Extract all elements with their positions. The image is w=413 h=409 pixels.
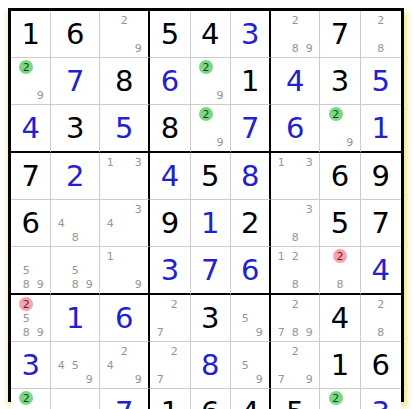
- candidate-2: 2: [288, 344, 302, 358]
- given-digit: 4: [241, 398, 259, 409]
- cell-r7c4[interactable]: 27: [150, 295, 190, 342]
- candidate-1: 1: [103, 155, 117, 169]
- solved-digit: 1: [66, 304, 84, 333]
- candidate-9: 9: [33, 88, 47, 102]
- candidate-8: 8: [288, 277, 302, 291]
- candidate-9: 9: [302, 41, 316, 55]
- candidate-2: 2: [374, 13, 388, 27]
- cell-r3c4[interactable]: 8: [150, 105, 190, 153]
- cell-r4c1[interactable]: 7: [11, 153, 51, 200]
- candidate-2-red-circle: 2: [19, 297, 33, 311]
- cell-r2c3[interactable]: 8: [100, 58, 150, 105]
- given-digit: 5: [331, 209, 349, 238]
- given-digit: 1: [241, 67, 259, 96]
- cell-r9c1[interactable]: 289: [11, 389, 51, 409]
- given-digit: 9: [161, 209, 179, 238]
- pencil-marks: 59: [231, 295, 269, 341]
- given-digit: 7: [331, 20, 349, 49]
- candidate-4: 4: [103, 216, 117, 230]
- candidate-1: 1: [103, 249, 117, 263]
- pencil-marks: 289: [11, 389, 50, 409]
- pencil-marks: 279: [271, 342, 319, 388]
- cell-r2c2[interactable]: 7: [51, 58, 100, 105]
- cell-r3c8[interactable]: 29: [320, 105, 360, 153]
- given-digit: 2: [241, 209, 259, 238]
- cell-r1c5[interactable]: 4: [191, 11, 231, 58]
- cell-r7c1[interactable]: 2589: [11, 295, 51, 342]
- pencil-marks: 29: [100, 11, 148, 57]
- candidate-9: 9: [213, 135, 227, 149]
- candidate-2-green-circle: 2: [199, 60, 213, 74]
- candidate-9: 9: [343, 135, 357, 149]
- candidate-9: 9: [82, 372, 96, 386]
- candidate-2: 2: [288, 13, 302, 27]
- candidate-9: 9: [252, 325, 266, 339]
- cell-r7c2[interactable]: 1: [51, 295, 100, 342]
- candidate-8: 8: [288, 230, 302, 244]
- candidate-1: 1: [274, 249, 288, 263]
- candidate-7: 7: [274, 372, 288, 386]
- candidate-7: 7: [153, 325, 167, 339]
- solved-digit: 1: [372, 114, 390, 143]
- candidate-2-green-circle: 2: [199, 107, 213, 121]
- given-digit: 7: [21, 162, 39, 191]
- pencil-marks: 13: [100, 153, 148, 199]
- cell-r6c4[interactable]: 3: [150, 247, 190, 295]
- candidate-9: 9: [33, 325, 47, 339]
- candidate-2-green-circle: 2: [329, 107, 343, 121]
- cell-r4c5[interactable]: 5: [191, 153, 231, 200]
- candidate-9: 9: [131, 41, 145, 55]
- solved-digit: 7: [66, 67, 84, 96]
- candidate-2: 2: [374, 297, 388, 311]
- cell-r9c4[interactable]: 1: [150, 389, 190, 409]
- pencil-marks: 289: [271, 11, 319, 57]
- candidate-2: 2: [117, 344, 131, 358]
- solved-digit: 4: [21, 114, 39, 143]
- candidate-4: 4: [54, 216, 68, 230]
- cell-r9c9[interactable]: 3: [361, 389, 401, 409]
- cell-r5c2[interactable]: 48: [51, 200, 100, 247]
- candidate-3: 3: [302, 155, 316, 169]
- candidate-8: 8: [19, 277, 33, 291]
- candidate-8: 8: [288, 325, 302, 339]
- pencil-marks: 27: [150, 295, 189, 341]
- pencil-marks: 19: [100, 247, 148, 293]
- cell-r5c4[interactable]: 9: [150, 200, 190, 247]
- cell-r4c2[interactable]: 2: [51, 153, 100, 200]
- given-digit: 3: [66, 114, 84, 143]
- cell-r5c3[interactable]: 34: [100, 200, 150, 247]
- pencil-marks: 459: [51, 342, 99, 388]
- candidate-8: 8: [68, 277, 82, 291]
- cell-r8c4[interactable]: 27: [150, 342, 190, 389]
- pencil-marks: 589: [51, 247, 99, 293]
- candidate-3: 3: [302, 202, 316, 216]
- candidate-2: 2: [167, 344, 181, 358]
- candidate-2: 2: [288, 297, 302, 311]
- cell-r5c5[interactable]: 1: [191, 200, 231, 247]
- pencil-marks: 249: [100, 342, 148, 388]
- cell-r7c9[interactable]: 28: [361, 295, 401, 342]
- cell-r8c9[interactable]: 6: [361, 342, 401, 389]
- cell-r4c8[interactable]: 6: [320, 153, 360, 200]
- candidate-2-green-circle: 2: [329, 391, 343, 405]
- solved-digit: 6: [286, 114, 304, 143]
- candidate-8: 8: [374, 325, 388, 339]
- cell-r7c3[interactable]: 6: [100, 295, 150, 342]
- solved-digit: 8: [201, 351, 219, 380]
- cell-r2c1[interactable]: 29: [11, 58, 51, 105]
- pencil-marks: 13: [271, 153, 319, 199]
- cell-r1c7[interactable]: 289: [271, 11, 320, 58]
- pencil-marks: 59: [231, 342, 269, 388]
- given-digit: 6: [201, 398, 219, 409]
- given-digit: 3: [201, 304, 219, 333]
- solved-digit: 4: [161, 162, 179, 191]
- solved-digit: 7: [241, 114, 259, 143]
- cell-r9c6[interactable]: 4: [231, 389, 271, 409]
- cell-r2c7[interactable]: 4: [271, 58, 320, 105]
- solved-digit: 2: [66, 162, 84, 191]
- given-digit: 3: [331, 67, 349, 96]
- candidate-2-green-circle: 2: [19, 60, 33, 74]
- cell-r6c3[interactable]: 19: [100, 247, 150, 295]
- candidate-1: 1: [274, 155, 288, 169]
- solved-digit: 3: [372, 398, 390, 409]
- candidate-5: 5: [238, 358, 252, 372]
- cell-r1c1[interactable]: 1: [11, 11, 51, 58]
- pencil-marks: 29: [320, 105, 359, 151]
- candidate-4: 4: [103, 358, 117, 372]
- sudoku-board: 1629543289728297862914354358297629172134…: [8, 8, 404, 402]
- candidate-7: 7: [153, 372, 167, 386]
- solved-digit: 5: [372, 67, 390, 96]
- cell-r4c9[interactable]: 9: [361, 153, 401, 200]
- candidate-9: 9: [302, 372, 316, 386]
- solved-digit: 5: [115, 114, 133, 143]
- candidate-9: 9: [213, 88, 227, 102]
- given-digit: 1: [161, 398, 179, 409]
- given-digit: 6: [21, 209, 39, 238]
- cell-r1c2[interactable]: 6: [51, 11, 100, 58]
- solved-digit: 7: [115, 398, 133, 409]
- cell-r5c8[interactable]: 5: [320, 200, 360, 247]
- cell-r3c5[interactable]: 29: [191, 105, 231, 153]
- candidate-2-green-circle: 2: [19, 391, 33, 405]
- solved-digit: 6: [161, 67, 179, 96]
- cell-r6c1[interactable]: 589: [11, 247, 51, 295]
- solved-digit: 4: [372, 256, 390, 285]
- cell-r3c9[interactable]: 1: [361, 105, 401, 153]
- cell-r6c9[interactable]: 4: [361, 247, 401, 295]
- cell-r7c8[interactable]: 4: [320, 295, 360, 342]
- solved-digit: 6: [115, 304, 133, 333]
- cell-r1c8[interactable]: 7: [320, 11, 360, 58]
- candidate-9: 9: [252, 372, 266, 386]
- cell-r6c5[interactable]: 7: [191, 247, 231, 295]
- candidate-5: 5: [19, 263, 33, 277]
- solved-digit: 7: [201, 256, 219, 285]
- pencil-marks: 38: [271, 200, 319, 246]
- candidate-3: 3: [131, 202, 145, 216]
- candidate-2: 2: [288, 249, 302, 263]
- candidate-2-red-circle: 2: [333, 249, 347, 263]
- given-digit: 5: [286, 398, 304, 409]
- candidate-9: 9: [131, 277, 145, 291]
- given-digit: 6: [331, 162, 349, 191]
- pencil-marks: 34: [100, 200, 148, 246]
- pencil-marks: 27: [150, 342, 189, 388]
- candidate-8: 8: [288, 41, 302, 55]
- candidate-9: 9: [302, 325, 316, 339]
- cell-r8c6[interactable]: 59: [231, 342, 271, 389]
- cell-r3c2[interactable]: 3: [51, 105, 100, 153]
- pencil-marks: 2589: [11, 295, 50, 341]
- given-digit: 6: [372, 351, 390, 380]
- cell-r4c4[interactable]: 4: [150, 153, 190, 200]
- cell-r7c5[interactable]: 3: [191, 295, 231, 342]
- pencil-marks: 28: [361, 295, 401, 341]
- cell-r9c3[interactable]: 7: [100, 389, 150, 409]
- cell-r1c9[interactable]: 28: [361, 11, 401, 58]
- solved-digit: 4: [286, 67, 304, 96]
- cell-r5c6[interactable]: 2: [231, 200, 271, 247]
- cell-r2c4[interactable]: 6: [150, 58, 190, 105]
- pencil-marks: 289: [320, 389, 359, 409]
- cell-r3c1[interactable]: 4: [11, 105, 51, 153]
- candidate-5: 5: [68, 358, 82, 372]
- cell-r9c2[interactable]: 89: [51, 389, 100, 409]
- candidate-9: 9: [131, 372, 145, 386]
- solved-digit: 6: [241, 256, 259, 285]
- pencil-marks: 29: [11, 58, 50, 104]
- cell-r2c8[interactable]: 3: [320, 58, 360, 105]
- given-digit: 9: [372, 162, 390, 191]
- candidate-3: 3: [131, 155, 145, 169]
- cell-r8c1[interactable]: 3: [11, 342, 51, 389]
- candidate-5: 5: [68, 263, 82, 277]
- pencil-marks: 89: [51, 389, 99, 409]
- candidate-8: 8: [374, 41, 388, 55]
- cell-r7c6[interactable]: 59: [231, 295, 271, 342]
- candidate-2: 2: [117, 13, 131, 27]
- cell-r7c7[interactable]: 2789: [271, 295, 320, 342]
- cell-r4c6[interactable]: 8: [231, 153, 271, 200]
- pencil-marks: 28: [320, 247, 359, 293]
- cell-r5c7[interactable]: 38: [271, 200, 320, 247]
- pencil-marks: 48: [51, 200, 99, 246]
- solved-digit: 3: [241, 20, 259, 49]
- cell-r6c6[interactable]: 6: [231, 247, 271, 295]
- candidate-2: 2: [167, 297, 181, 311]
- cell-r3c3[interactable]: 5: [100, 105, 150, 153]
- given-digit: 8: [115, 67, 133, 96]
- cell-r8c8[interactable]: 1: [320, 342, 360, 389]
- candidate-8: 8: [19, 325, 33, 339]
- cell-r1c6[interactable]: 3: [231, 11, 271, 58]
- pencil-marks: 28: [361, 11, 401, 57]
- given-digit: 5: [161, 20, 179, 49]
- pencil-marks: 128: [271, 247, 319, 293]
- candidate-7: 7: [274, 325, 288, 339]
- cell-r9c7[interactable]: 5: [271, 389, 320, 409]
- candidate-5: 5: [238, 311, 252, 325]
- pencil-marks: 29: [191, 58, 230, 104]
- given-digit: 5: [201, 162, 219, 191]
- candidate-4: 4: [54, 358, 68, 372]
- candidate-8: 8: [68, 230, 82, 244]
- candidate-9: 9: [33, 277, 47, 291]
- given-digit: 4: [201, 20, 219, 49]
- cell-r8c2[interactable]: 459: [51, 342, 100, 389]
- cell-r1c3[interactable]: 29: [100, 11, 150, 58]
- pencil-marks: 589: [11, 247, 50, 293]
- cell-r3c7[interactable]: 6: [271, 105, 320, 153]
- given-digit: 1: [21, 20, 39, 49]
- cell-r5c1[interactable]: 6: [11, 200, 51, 247]
- given-digit: 7: [372, 209, 390, 238]
- candidate-9: 9: [82, 277, 96, 291]
- cell-r4c7[interactable]: 13: [271, 153, 320, 200]
- solved-digit: 3: [21, 351, 39, 380]
- cell-r6c7[interactable]: 128: [271, 247, 320, 295]
- cell-r9c8[interactable]: 289: [320, 389, 360, 409]
- solved-digit: 1: [201, 209, 219, 238]
- solved-digit: 3: [161, 256, 179, 285]
- cell-r2c5[interactable]: 29: [191, 58, 231, 105]
- given-digit: 1: [331, 351, 349, 380]
- solved-digit: 8: [241, 162, 259, 191]
- given-digit: 6: [66, 20, 84, 49]
- cell-r6c2[interactable]: 589: [51, 247, 100, 295]
- cell-r2c9[interactable]: 5: [361, 58, 401, 105]
- given-digit: 4: [331, 304, 349, 333]
- cell-r6c8[interactable]: 28: [320, 247, 360, 295]
- cell-r3c6[interactable]: 7: [231, 105, 271, 153]
- given-digit: 8: [161, 114, 179, 143]
- pencil-marks: 2789: [271, 295, 319, 341]
- cell-r8c3[interactable]: 249: [100, 342, 150, 389]
- pencil-marks: 29: [191, 105, 230, 151]
- cell-r5c9[interactable]: 7: [361, 200, 401, 247]
- cell-r8c5[interactable]: 8: [191, 342, 231, 389]
- cell-r9c5[interactable]: 6: [191, 389, 231, 409]
- cell-r8c7[interactable]: 279: [271, 342, 320, 389]
- cell-r2c6[interactable]: 1: [231, 58, 271, 105]
- candidate-8: 8: [333, 277, 347, 291]
- cell-r4c3[interactable]: 13: [100, 153, 150, 200]
- candidate-5: 5: [19, 311, 33, 325]
- cell-r1c4[interactable]: 5: [150, 11, 190, 58]
